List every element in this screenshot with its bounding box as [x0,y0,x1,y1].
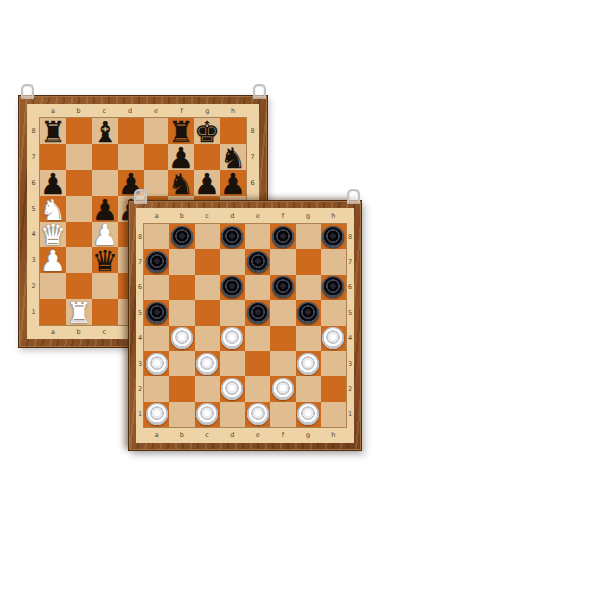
checkers-square-b2[interactable] [169,376,194,401]
checkers-square-b8[interactable] [169,224,194,249]
checkers-square-c1[interactable] [195,402,220,427]
checkers-grid [144,224,346,427]
chess-square-d8[interactable] [118,118,144,144]
file-label: h [321,208,346,224]
rank-label: 6 [136,275,144,300]
checkers-board-face: abcdefgh 87654321 87654321 abcdefgh [136,208,354,443]
checkers-man-black-a7[interactable] [146,251,168,273]
checkers-square-e1[interactable] [245,402,270,427]
rank-label: 8 [136,224,144,249]
file-label: c [195,427,220,443]
file-label: f [270,208,295,224]
checkers-square-f2[interactable] [270,376,295,401]
rank-label: 4 [136,326,144,351]
chess-square-g8[interactable]: ♚ [194,118,220,144]
rank-label: 1 [136,402,144,427]
chess-square-a3[interactable]: ♟ [40,247,66,273]
checkers-man-black-f8[interactable] [272,226,294,248]
chess-square-f6[interactable]: ♞ [168,170,194,196]
chess-square-c1[interactable] [92,299,118,325]
chess-piece-black-rook-a8[interactable]: ♜ [40,120,66,144]
file-label: a [144,427,169,443]
checkers-man-white-h4[interactable] [322,327,344,349]
chess-square-f7[interactable]: ♟ [168,144,194,170]
rank-label: 5 [346,300,354,325]
rank-label: 5 [27,196,40,222]
checkers-square-h1[interactable] [321,402,346,427]
file-label: d [220,427,245,443]
checkers-ranks-left: 87654321 [136,224,144,427]
chess-square-h6[interactable]: ♟ [220,170,246,196]
checkers-square-h4[interactable] [321,326,346,351]
rank-label: 7 [136,249,144,274]
checkers-square-f8[interactable] [270,224,295,249]
checkers-man-black-b8[interactable] [171,226,193,248]
checkers-square-b5[interactable] [169,300,194,325]
checkers-square-e3[interactable] [245,351,270,376]
file-label: e [245,208,270,224]
chess-square-a6[interactable]: ♟ [40,170,66,196]
checkers-files-top: abcdefgh [144,208,346,224]
rank-label: 4 [27,222,40,248]
checkers-square-b1[interactable] [169,402,194,427]
checkers-square-c8[interactable] [195,224,220,249]
checkers-square-a7[interactable] [144,249,169,274]
checkers-man-white-f2[interactable] [272,378,294,400]
checkers-square-g1[interactable] [296,402,321,427]
checkers-square-g7[interactable] [296,249,321,274]
chess-square-b1[interactable]: ♜ [66,299,92,325]
file-label: a [40,325,66,339]
checkers-files-bottom: abcdefgh [144,427,346,443]
checkers-square-d3[interactable] [220,351,245,376]
rank-label: 6 [346,275,354,300]
checkers-square-g6[interactable] [296,275,321,300]
rank-label: 2 [346,376,354,401]
chess-square-h8[interactable] [220,118,246,144]
checkers-square-f7[interactable] [270,249,295,274]
checkers-square-g2[interactable] [296,376,321,401]
checkers-square-d2[interactable] [220,376,245,401]
chess-square-e6[interactable] [144,170,168,196]
checkers-square-h7[interactable] [321,249,346,274]
chess-piece-white-rook-b1[interactable]: ♜ [66,301,92,325]
checkers-square-h6[interactable] [321,275,346,300]
chess-piece-black-queen-c3[interactable]: ♛ [92,249,118,273]
rank-label: 3 [136,351,144,376]
checkers-square-c5[interactable] [195,300,220,325]
chess-square-c6[interactable] [92,170,118,196]
checkers-man-black-d8[interactable] [221,226,243,248]
rank-label: 1 [27,299,40,325]
checkers-square-f6[interactable] [270,275,295,300]
checkers-man-white-c1[interactable] [196,403,218,425]
checkers-square-e8[interactable] [245,224,270,249]
rank-label: 5 [136,300,144,325]
checkers-square-a8[interactable] [144,224,169,249]
checkers-square-f1[interactable] [270,402,295,427]
checkers-man-white-b4[interactable] [171,327,193,349]
checkers-man-black-f6[interactable] [272,276,294,298]
chess-square-b3[interactable] [66,247,92,273]
chess-square-b7[interactable] [66,144,92,170]
checkers-man-white-a1[interactable] [146,403,168,425]
checkers-square-f5[interactable] [270,300,295,325]
file-label: e [245,427,270,443]
checkers-square-a2[interactable] [144,376,169,401]
file-label: d [117,104,143,118]
checkers-square-d4[interactable] [220,326,245,351]
hanging-hook-icon [347,189,360,204]
product-photo: abcdefgh 87654321 ♜♝♜♚♟♞♟♟♞♟♟♞♟♟♛♟♟♛♜ 87… [0,0,593,600]
chess-square-c8[interactable]: ♝ [92,118,118,144]
checkers-man-white-d2[interactable] [221,378,243,400]
chess-square-c3[interactable]: ♛ [92,247,118,273]
chess-square-e7[interactable] [144,144,168,170]
checkers-square-a1[interactable] [144,402,169,427]
chess-piece-black-pawn-g6[interactable]: ♟ [194,172,220,196]
checkers-square-a3[interactable] [144,351,169,376]
file-label: b [66,325,92,339]
checkers-square-e5[interactable] [245,300,270,325]
chess-square-a8[interactable]: ♜ [40,118,66,144]
file-label: h [220,104,246,118]
file-label: e [143,104,169,118]
checkers-square-b4[interactable] [169,326,194,351]
chess-square-g7[interactable] [194,144,220,170]
checkers-square-e6[interactable] [245,275,270,300]
file-label: h [321,427,346,443]
chess-square-h7[interactable]: ♞ [220,144,246,170]
checkers-square-d6[interactable] [220,275,245,300]
rank-label: 8 [246,118,259,144]
checkers-square-d1[interactable] [220,402,245,427]
checkers-square-e2[interactable] [245,376,270,401]
checkers-man-white-g1[interactable] [297,403,319,425]
chess-square-d7[interactable] [118,144,144,170]
rank-label: 3 [346,351,354,376]
hanging-hook-icon [134,189,147,204]
checkers-square-a5[interactable] [144,300,169,325]
chess-piece-black-knight-f6[interactable]: ♞ [168,172,194,196]
rank-label: 3 [27,247,40,273]
checkers-man-white-e1[interactable] [247,403,269,425]
rank-label: 7 [246,144,259,170]
chess-piece-black-king-g8[interactable]: ♚ [194,120,220,144]
chess-square-a2[interactable] [40,273,66,299]
rank-label: 2 [27,273,40,299]
rank-label: 7 [27,144,40,170]
checkers-square-c6[interactable] [195,275,220,300]
chess-square-a7[interactable] [40,144,66,170]
checkers-square-d5[interactable] [220,300,245,325]
rank-label: 8 [346,224,354,249]
checkers-square-e4[interactable] [245,326,270,351]
checkers-square-e7[interactable] [245,249,270,274]
checkers-square-h8[interactable] [321,224,346,249]
chess-piece-black-bishop-c8[interactable]: ♝ [92,120,118,144]
chess-square-g6[interactable]: ♟ [194,170,220,196]
chess-square-b8[interactable] [66,118,92,144]
rank-label: 1 [346,402,354,427]
hanging-hook-icon [21,84,34,99]
checkers-man-white-g3[interactable] [297,353,319,375]
checkers-square-c3[interactable] [195,351,220,376]
checkers-square-b3[interactable] [169,351,194,376]
checkers-square-g8[interactable] [296,224,321,249]
checkers-square-d8[interactable] [220,224,245,249]
rank-label: 6 [246,170,259,196]
chess-piece-black-pawn-h6[interactable]: ♟ [220,172,246,196]
checkers-square-g3[interactable] [296,351,321,376]
chess-square-b6[interactable] [66,170,92,196]
checkers-square-g4[interactable] [296,326,321,351]
chess-square-e8[interactable] [144,118,168,144]
checkers-square-h2[interactable] [321,376,346,401]
chess-square-b5[interactable] [66,196,92,222]
checkers-square-c4[interactable] [195,326,220,351]
hanging-hook-icon [253,84,266,99]
rank-label: 4 [346,326,354,351]
checkers-square-g5[interactable] [296,300,321,325]
rank-label: 6 [27,170,40,196]
chess-square-a1[interactable] [40,299,66,325]
checkers-man-black-d6[interactable] [221,276,243,298]
checkers-man-white-c3[interactable] [196,353,218,375]
chess-square-c7[interactable] [92,144,118,170]
file-label: b [169,208,194,224]
file-label: g [296,427,321,443]
checkers-square-h5[interactable] [321,300,346,325]
chess-ranks-left: 87654321 [27,118,40,325]
checkers-man-black-e5[interactable] [247,302,269,324]
checkers-man-white-a3[interactable] [146,353,168,375]
checkers-square-h3[interactable] [321,351,346,376]
checkers-man-black-e7[interactable] [247,251,269,273]
chess-square-f8[interactable]: ♜ [168,118,194,144]
checkers-man-black-h8[interactable] [322,226,344,248]
file-label: f [270,427,295,443]
rank-label: 7 [346,249,354,274]
file-label: a [144,208,169,224]
file-label: c [92,325,118,339]
checkers-man-white-d4[interactable] [221,327,243,349]
checkers-square-b7[interactable] [169,249,194,274]
file-label: b [169,427,194,443]
chess-square-c2[interactable] [92,273,118,299]
rank-label: 8 [27,118,40,144]
checkers-ranks-right: 87654321 [346,224,354,427]
file-label: g [296,208,321,224]
chess-piece-white-pawn-a3[interactable]: ♟ [40,249,66,273]
checkers-square-f3[interactable] [270,351,295,376]
checkers-square-f4[interactable] [270,326,295,351]
checkers-square-d7[interactable] [220,249,245,274]
checkers-man-black-h6[interactable] [322,276,344,298]
rank-label: 2 [136,376,144,401]
file-label: d [220,208,245,224]
chess-square-b4[interactable] [66,222,92,248]
checkers-square-b6[interactable] [169,275,194,300]
checkers-man-black-a5[interactable] [146,302,168,324]
checkers-square-c2[interactable] [195,376,220,401]
checkers-square-a6[interactable] [144,275,169,300]
checkers-square-c7[interactable] [195,249,220,274]
checkers-square-a4[interactable] [144,326,169,351]
file-label: c [195,208,220,224]
checkers-demo-board: abcdefgh 87654321 87654321 abcdefgh [128,200,362,451]
checkers-man-black-g5[interactable] [297,302,319,324]
file-label: b [66,104,92,118]
